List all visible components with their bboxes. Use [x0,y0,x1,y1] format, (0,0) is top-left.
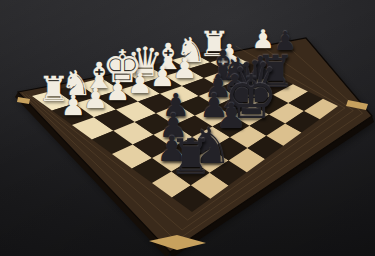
piece-wP-g2[interactable]: ♟ [83,84,108,112]
piece-wP-h2[interactable]: ♟ [61,92,86,120]
piece-wP-e2[interactable]: ♟ [128,70,153,98]
piece-wP-f2[interactable]: ♟ [105,77,130,105]
piece-bR-g7[interactable]: ♜ [169,133,213,182]
piece-wP-c2[interactable]: ♟ [172,55,197,83]
chess-photo-scene: ♟♟♜♞♟♝♛♟♟♝♚♟♜♝♞♟♞♛♟♟♜♝♟♟♟♚♟♟♟♟♞♜ Overhea… [0,0,375,256]
